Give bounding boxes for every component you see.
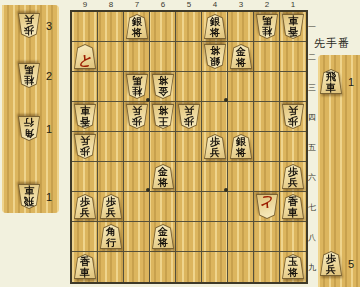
shogi-piece-sente[interactable]: 香車	[74, 254, 96, 279]
file-label: 8	[98, 0, 124, 9]
shogi-piece-sente[interactable]: 金将	[230, 44, 252, 69]
shogi-piece-sente[interactable]: 玉将	[282, 254, 304, 279]
star-point	[146, 188, 150, 192]
shogi-piece-sente[interactable]: 歩兵	[74, 194, 96, 219]
rank-label: 七	[306, 192, 318, 222]
piece-kanji-label: 銀将	[204, 44, 226, 69]
rank-label: 九	[306, 252, 318, 282]
shogi-board: 銀将銀将桂馬香車と銀将金将桂馬金将香車歩兵王将歩兵歩兵歩兵歩兵銀将金将歩兵歩兵歩…	[70, 10, 308, 284]
file-label: 7	[124, 0, 150, 9]
shogi-piece-gote[interactable]: 香車	[282, 14, 304, 39]
shogi-piece-sente[interactable]: 銀将	[126, 14, 148, 39]
file-label: 5	[176, 0, 202, 9]
piece-kanji-label: 桂馬	[256, 14, 278, 39]
piece-kanji-label: 王将	[152, 104, 174, 129]
shogi-piece-gote[interactable]: と	[256, 194, 278, 219]
star-point	[224, 188, 228, 192]
piece-kanji-label: 香車	[282, 194, 304, 219]
piece-kanji-label: 銀将	[204, 14, 226, 39]
file-coordinates: 987654321	[72, 0, 306, 9]
piece-kanji-label: 香車	[74, 104, 96, 129]
piece-kanji-label: 歩兵	[204, 134, 226, 159]
rank-label: 二	[306, 42, 318, 72]
piece-kanji-label: 歩兵	[320, 251, 342, 276]
piece-kanji-label: と	[256, 194, 278, 219]
piece-kanji-label: と	[74, 44, 96, 69]
gote-captured-tray: 歩兵3桂馬2角行1飛車1	[2, 5, 59, 213]
piece-kanji-label: 歩兵	[74, 194, 96, 219]
captured-piece-group[interactable]: 飛車1	[320, 69, 355, 94]
piece-kanji-label: 香車	[74, 254, 96, 279]
piece-kanji-label: 金将	[152, 224, 174, 249]
rank-label: 三	[306, 72, 318, 102]
shogi-piece-gote[interactable]: 桂馬	[18, 63, 40, 88]
shogi-piece-gote[interactable]: 歩兵	[18, 13, 40, 38]
shogi-piece-sente[interactable]: 銀将	[204, 14, 226, 39]
piece-kanji-label: 飛車	[320, 69, 342, 94]
shogi-piece-sente[interactable]: 歩兵	[204, 134, 226, 159]
captured-piece-group[interactable]: 飛車1	[18, 184, 53, 209]
shogi-piece-gote[interactable]: 桂馬	[256, 14, 278, 39]
piece-kanji-label: 歩兵	[178, 104, 200, 129]
shogi-piece-gote[interactable]: 銀将	[204, 44, 226, 69]
piece-kanji-label: 歩兵	[18, 13, 40, 38]
shogi-piece-sente[interactable]: 歩兵	[282, 164, 304, 189]
shogi-piece-sente[interactable]: 歩兵	[100, 194, 122, 219]
shogi-piece-gote[interactable]: 王将	[152, 104, 174, 129]
rank-label: 六	[306, 162, 318, 192]
captured-piece-count: 3	[45, 20, 53, 32]
piece-kanji-label: 歩兵	[100, 194, 122, 219]
shogi-piece-gote[interactable]: 飛車	[18, 184, 40, 209]
captured-piece-group[interactable]: 歩兵3	[18, 13, 53, 38]
shogi-piece-gote[interactable]: 歩兵	[74, 134, 96, 159]
shogi-piece-gote[interactable]: 歩兵	[178, 104, 200, 129]
turn-indicator: 先手番	[314, 36, 350, 51]
file-label: 9	[72, 0, 98, 9]
captured-piece-count: 1	[45, 123, 53, 135]
rank-label: 一	[306, 12, 318, 42]
shogi-piece-sente[interactable]: 歩兵	[320, 251, 342, 276]
file-label: 3	[228, 0, 254, 9]
shogi-piece-gote[interactable]: 歩兵	[126, 104, 148, 129]
piece-kanji-label: 歩兵	[282, 164, 304, 189]
piece-kanji-label: 香車	[282, 14, 304, 39]
piece-kanji-label: 金将	[152, 164, 174, 189]
rank-coordinates: 一二三四五六七八九	[306, 12, 318, 282]
shogi-piece-sente[interactable]: 金将	[152, 224, 174, 249]
piece-kanji-label: 歩兵	[126, 104, 148, 129]
piece-kanji-label: 角行	[100, 224, 122, 249]
piece-kanji-label: 桂馬	[18, 63, 40, 88]
piece-kanji-label: 金将	[152, 74, 174, 99]
captured-piece-group[interactable]: 歩兵5	[320, 251, 355, 276]
piece-kanji-label: 桂馬	[126, 74, 148, 99]
shogi-piece-sente[interactable]: 角行	[100, 224, 122, 249]
file-label: 2	[254, 0, 280, 9]
captured-piece-count: 2	[45, 70, 53, 82]
sente-captured-tray: 飛車1歩兵5	[318, 55, 360, 287]
piece-kanji-label: 角行	[18, 116, 40, 141]
rank-label: 八	[306, 222, 318, 252]
piece-kanji-label: 歩兵	[74, 134, 96, 159]
star-point	[224, 98, 228, 102]
captured-piece-count: 5	[347, 258, 355, 270]
piece-kanji-label: 歩兵	[282, 104, 304, 129]
piece-kanji-label: 飛車	[18, 184, 40, 209]
shogi-piece-gote[interactable]: 歩兵	[282, 104, 304, 129]
piece-kanji-label: 金将	[230, 44, 252, 69]
file-label: 4	[202, 0, 228, 9]
piece-kanji-label: 銀将	[230, 134, 252, 159]
captured-piece-group[interactable]: 角行1	[18, 116, 53, 141]
file-label: 1	[280, 0, 306, 9]
shogi-piece-sente[interactable]: 金将	[152, 164, 174, 189]
shogi-piece-gote[interactable]: 香車	[74, 104, 96, 129]
shogi-piece-sente[interactable]: 銀将	[230, 134, 252, 159]
file-label: 6	[150, 0, 176, 9]
captured-piece-group[interactable]: 桂馬2	[18, 63, 53, 88]
piece-kanji-label: 銀将	[126, 14, 148, 39]
captured-piece-count: 1	[347, 76, 355, 88]
shogi-piece-gote[interactable]: 金将	[152, 74, 174, 99]
shogi-piece-gote[interactable]: 角行	[18, 116, 40, 141]
rank-label: 四	[306, 102, 318, 132]
shogi-piece-sente[interactable]: 飛車	[320, 69, 342, 94]
shogi-piece-sente[interactable]: と	[74, 44, 96, 69]
piece-kanji-label: 玉将	[282, 254, 304, 279]
board-pieces-layer: 銀将銀将桂馬香車と銀将金将桂馬金将香車歩兵王将歩兵歩兵歩兵歩兵銀将金将歩兵歩兵歩…	[72, 12, 306, 282]
captured-piece-count: 1	[45, 191, 53, 203]
shogi-app: 987654321 一二三四五六七八九 歩兵3桂馬2角行1飛車1 銀将銀将桂馬香…	[0, 0, 360, 287]
rank-label: 五	[306, 132, 318, 162]
shogi-piece-gote[interactable]: 桂馬	[126, 74, 148, 99]
shogi-piece-sente[interactable]: 香車	[282, 194, 304, 219]
